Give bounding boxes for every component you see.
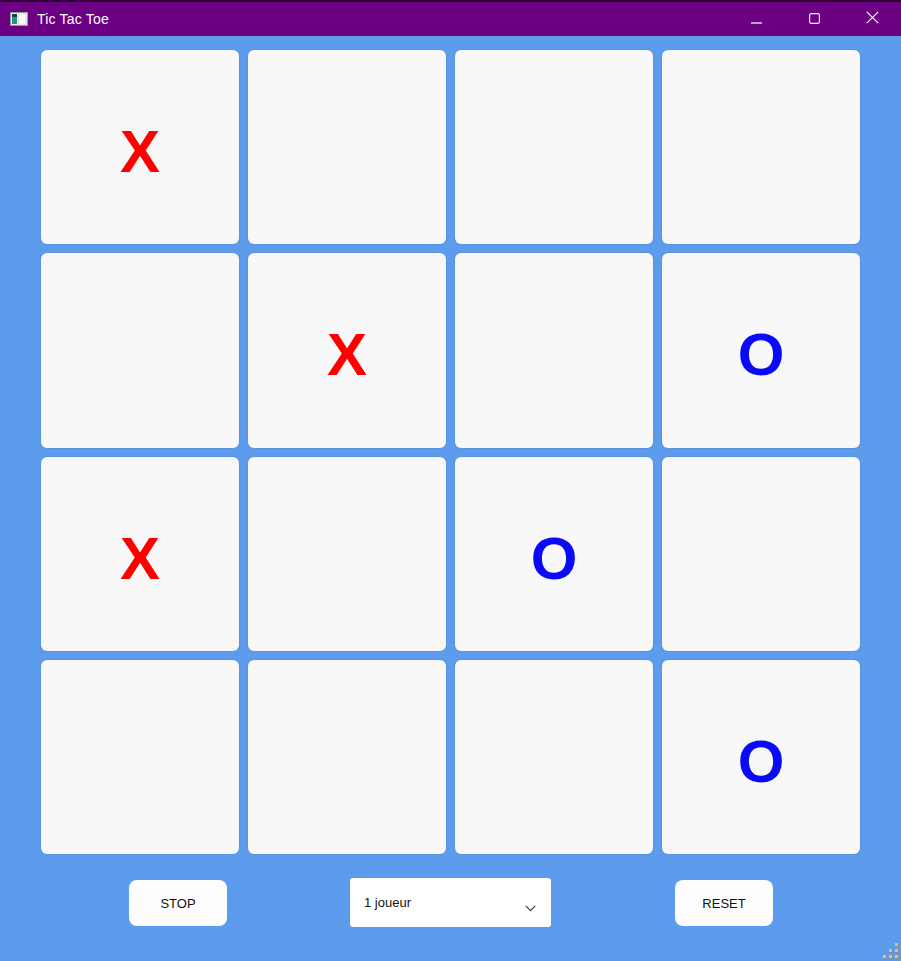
- cell-r2c0[interactable]: X: [41, 457, 239, 651]
- board: X X O X O O: [41, 50, 860, 854]
- maximize-button[interactable]: [785, 2, 843, 36]
- window-title: Tic Tac Toe: [37, 11, 109, 27]
- mark: X: [120, 112, 160, 182]
- mark: O: [531, 519, 578, 589]
- mark: O: [738, 315, 785, 385]
- titlebar-buttons: [727, 2, 901, 36]
- cell-r3c3[interactable]: O: [662, 660, 860, 854]
- minimize-button[interactable]: [727, 2, 785, 36]
- cell-r1c3[interactable]: O: [662, 253, 860, 447]
- stop-button[interactable]: STOP: [129, 880, 227, 926]
- reset-button[interactable]: RESET: [675, 880, 773, 926]
- cell-r1c0[interactable]: [41, 253, 239, 447]
- cell-r3c2[interactable]: [455, 660, 653, 854]
- cell-r1c1[interactable]: X: [248, 253, 446, 447]
- cell-r1c2[interactable]: [455, 253, 653, 447]
- cell-r0c3[interactable]: [662, 50, 860, 244]
- minimize-icon: [751, 12, 762, 27]
- players-select[interactable]: 1 joueur: [350, 878, 551, 927]
- close-icon: [866, 11, 879, 27]
- maximize-icon: [809, 12, 820, 27]
- cell-r3c0[interactable]: [41, 660, 239, 854]
- mark: O: [738, 722, 785, 792]
- cell-r0c1[interactable]: [248, 50, 446, 244]
- mark: X: [120, 519, 160, 589]
- cell-r2c2[interactable]: O: [455, 457, 653, 651]
- cell-r3c1[interactable]: [248, 660, 446, 854]
- app-icon: [10, 12, 28, 26]
- chevron-down-icon: [525, 898, 536, 916]
- titlebar: Tic Tac Toe: [0, 2, 901, 36]
- cell-r0c0[interactable]: X: [41, 50, 239, 244]
- close-button[interactable]: [843, 2, 901, 36]
- app-window: Tic Tac Toe X X: [0, 0, 901, 961]
- cell-r0c2[interactable]: [455, 50, 653, 244]
- cell-r2c1[interactable]: [248, 457, 446, 651]
- cell-r2c3[interactable]: [662, 457, 860, 651]
- players-select-value: 1 joueur: [364, 895, 411, 910]
- resize-grip[interactable]: [883, 943, 899, 959]
- mark: X: [327, 315, 367, 385]
